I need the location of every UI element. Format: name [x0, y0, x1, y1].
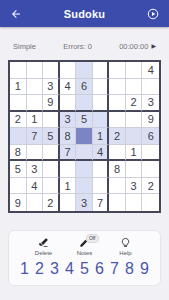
cell-r8c5[interactable] [76, 178, 93, 195]
cell-r1c2[interactable] [27, 62, 44, 79]
cell-r4c5[interactable]: 5 [76, 112, 93, 129]
difficulty-label: Simple [13, 42, 36, 51]
cell-r1c8[interactable] [126, 62, 143, 79]
cell-r7c8[interactable] [126, 161, 143, 178]
errors-counter: Errors: 0 [63, 42, 92, 51]
number-button-1[interactable]: 1 [18, 260, 31, 278]
cell-r7c5[interactable] [76, 161, 93, 178]
cell-r9c3[interactable]: 2 [43, 194, 60, 211]
cell-r1c3[interactable] [43, 62, 60, 79]
cell-r9c8[interactable] [126, 194, 143, 211]
cell-r4c1[interactable]: 2 [10, 112, 27, 129]
cell-r5c6[interactable]: 1 [93, 128, 110, 145]
cell-r6c9[interactable] [142, 145, 159, 162]
cell-r8c7[interactable] [109, 178, 126, 195]
cell-r2c6[interactable] [93, 79, 110, 96]
cell-r4c2[interactable]: 1 [27, 112, 44, 129]
cell-r7c2[interactable]: 3 [27, 161, 44, 178]
cell-r2c7[interactable] [109, 79, 126, 96]
cell-r2c4[interactable]: 4 [60, 79, 77, 96]
tools-row: Delete Off Notes Help [9, 237, 160, 256]
number-button-8[interactable]: 8 [123, 260, 136, 278]
cell-r6c4[interactable]: 7 [60, 145, 77, 162]
number-button-7[interactable]: 7 [108, 260, 121, 278]
cell-r5c1[interactable] [10, 128, 27, 145]
cell-r5c9[interactable]: 6 [142, 128, 159, 145]
cell-r6c7[interactable] [109, 145, 126, 162]
timer-value: 00:00:00 [119, 42, 148, 51]
number-button-9[interactable]: 9 [138, 260, 151, 278]
cell-r4c4[interactable]: 3 [60, 112, 77, 129]
cell-r4c9[interactable]: 9 [142, 112, 159, 129]
notes-label: Notes [77, 250, 93, 256]
cell-r4c8[interactable] [126, 112, 143, 129]
number-pad: 123456789 [9, 256, 160, 280]
new-game-button[interactable] [146, 7, 160, 21]
cell-r4c3[interactable] [43, 112, 60, 129]
number-button-5[interactable]: 5 [78, 260, 91, 278]
delete-label: Delete [35, 250, 52, 256]
cell-r6c6[interactable]: 4 [93, 145, 110, 162]
arrow-left-icon [10, 8, 22, 20]
cell-r3c9[interactable]: 3 [142, 95, 159, 112]
cell-r9c6[interactable]: 7 [93, 194, 110, 211]
cell-r3c7[interactable] [109, 95, 126, 112]
cell-r6c8[interactable]: 1 [126, 145, 143, 162]
cell-r1c4[interactable] [60, 62, 77, 79]
status-row: Simple Errors: 0 00:00:00 ▶ [13, 40, 156, 52]
cell-r4c7[interactable] [109, 112, 126, 129]
cell-r5c8[interactable] [126, 128, 143, 145]
help-button[interactable]: Help [109, 237, 143, 256]
cell-r9c2[interactable] [27, 194, 44, 211]
eraser-icon [38, 237, 49, 248]
cell-r3c8[interactable]: 2 [126, 95, 143, 112]
cell-r7c6[interactable] [93, 161, 110, 178]
cell-r9c5[interactable]: 3 [76, 194, 93, 211]
cell-r7c9[interactable] [142, 161, 159, 178]
cell-r2c3[interactable]: 3 [43, 79, 60, 96]
cell-r9c1[interactable]: 9 [10, 194, 27, 211]
notes-button[interactable]: Off Notes [68, 237, 102, 256]
cell-r2c2[interactable] [27, 79, 44, 96]
cell-r6c1[interactable]: 8 [10, 145, 27, 162]
cell-r3c5[interactable] [76, 95, 93, 112]
cell-r9c4[interactable] [60, 194, 77, 211]
cell-r1c9[interactable]: 4 [142, 62, 159, 79]
cell-r6c3[interactable] [43, 145, 60, 162]
cell-r8c2[interactable]: 4 [27, 178, 44, 195]
cell-r2c1[interactable]: 1 [10, 79, 27, 96]
cell-r3c2[interactable] [27, 95, 44, 112]
cell-r1c1[interactable] [10, 62, 27, 79]
cell-r9c9[interactable] [142, 194, 159, 211]
cell-r5c4[interactable]: 8 [60, 128, 77, 145]
cell-r3c4[interactable] [60, 95, 77, 112]
cell-r7c1[interactable]: 5 [10, 161, 27, 178]
number-button-2[interactable]: 2 [33, 260, 46, 278]
cell-r2c9[interactable] [142, 79, 159, 96]
cell-r7c7[interactable]: 8 [109, 161, 126, 178]
cell-r3c1[interactable] [10, 95, 27, 112]
cell-r7c3[interactable] [43, 161, 60, 178]
cell-r1c5[interactable] [76, 62, 93, 79]
number-button-4[interactable]: 4 [63, 260, 76, 278]
cell-r1c7[interactable] [109, 62, 126, 79]
cell-r7c4[interactable] [60, 161, 77, 178]
number-button-3[interactable]: 3 [48, 260, 61, 278]
cell-r8c9[interactable]: 2 [142, 178, 159, 195]
cell-r3c3[interactable]: 9 [43, 95, 60, 112]
cell-r8c3[interactable] [43, 178, 60, 195]
delete-button[interactable]: Delete [27, 237, 61, 256]
cell-r6c5[interactable] [76, 145, 93, 162]
control-panel: Delete Off Notes Help 123456789 [8, 230, 161, 286]
cell-r1c6[interactable] [93, 62, 110, 79]
timer: 00:00:00 ▶ [119, 42, 156, 51]
cell-r6c2[interactable] [27, 145, 44, 162]
back-button[interactable] [9, 7, 23, 21]
page-title: Sudoku [0, 8, 169, 20]
lightbulb-icon [120, 237, 131, 248]
cell-r5c2[interactable]: 7 [27, 128, 44, 145]
notes-off-badge: Off [86, 234, 99, 243]
cell-r8c8[interactable]: 3 [126, 178, 143, 195]
cell-r8c6[interactable] [93, 178, 110, 195]
play-circle-icon [147, 8, 159, 20]
help-label: Help [119, 250, 131, 256]
cell-r4c6[interactable] [93, 112, 110, 129]
cell-r5c3[interactable]: 5 [43, 128, 60, 145]
app-bar: Sudoku [0, 0, 169, 27]
number-button-6[interactable]: 6 [93, 260, 106, 278]
timer-play-icon[interactable]: ▶ [151, 43, 156, 49]
cell-r2c8[interactable] [126, 79, 143, 96]
cell-r8c4[interactable]: 1 [60, 178, 77, 195]
cell-r8c1[interactable] [10, 178, 27, 195]
sudoku-board: 4134692321359758126874153841329237 [8, 60, 161, 213]
cell-r2c5[interactable]: 6 [76, 79, 93, 96]
cell-r5c5[interactable] [76, 128, 93, 145]
cell-r3c6[interactable] [93, 95, 110, 112]
cell-r5c7[interactable]: 2 [109, 128, 126, 145]
cell-r9c7[interactable] [109, 194, 126, 211]
